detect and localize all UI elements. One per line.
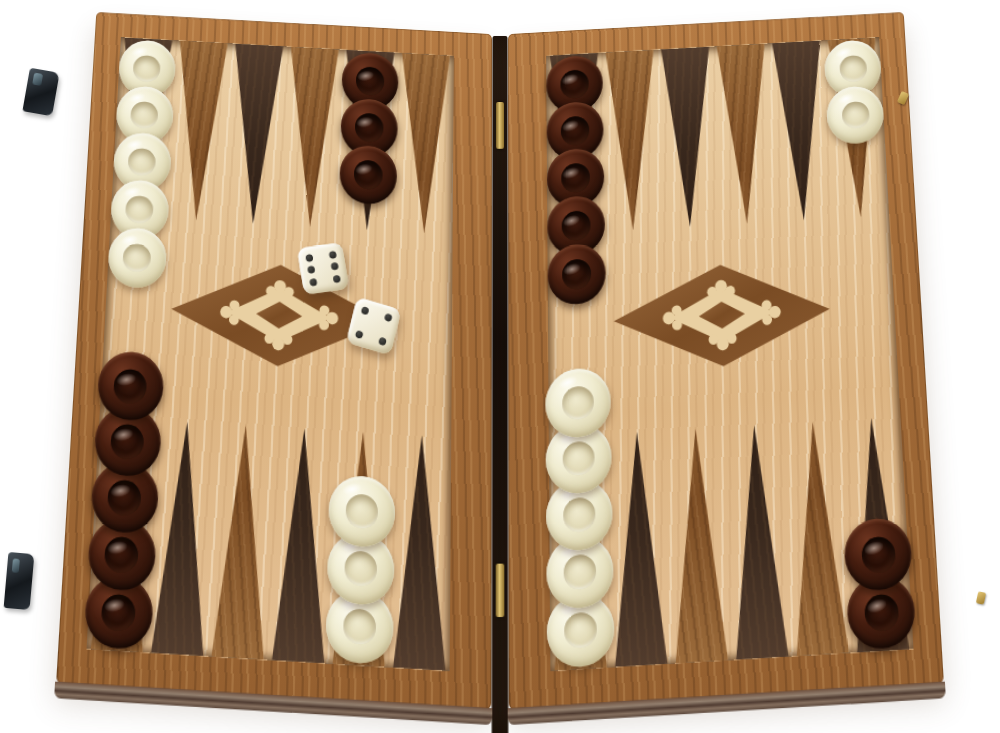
board-half-left (56, 12, 492, 709)
point-23[interactable] (768, 40, 832, 222)
point-6[interactable] (549, 434, 611, 671)
point-triangle (727, 423, 791, 659)
point-19[interactable] (546, 53, 604, 236)
points-row-bottom-right (549, 416, 914, 671)
point-triangle (283, 47, 341, 229)
point-2[interactable] (783, 420, 853, 656)
die-pip (310, 278, 318, 286)
point-12[interactable] (87, 416, 159, 652)
checker-stack-point-13 (107, 39, 177, 289)
checker-stack-point-6 (545, 367, 615, 669)
die-pip (329, 251, 337, 259)
checker-white[interactable] (545, 367, 611, 439)
point-17[interactable] (338, 50, 398, 232)
point-triangle (397, 53, 452, 235)
point-triangle (715, 43, 774, 225)
point-16[interactable] (281, 46, 342, 228)
point-3[interactable] (725, 423, 793, 660)
checker-dark[interactable] (547, 243, 606, 306)
point-5[interactable] (608, 430, 672, 667)
points-row-top-left (111, 37, 454, 235)
point-triangle (609, 430, 670, 667)
checker-dark[interactable] (843, 517, 913, 592)
die-pip (378, 337, 387, 346)
point-triangle (209, 423, 273, 659)
die-1-showing-6[interactable] (297, 243, 349, 296)
die-pip (361, 307, 370, 316)
point-1[interactable] (842, 416, 914, 652)
points-row-top-right (546, 37, 889, 235)
point-triangle (169, 40, 230, 222)
point-4[interactable] (666, 427, 732, 664)
checker-white[interactable] (826, 85, 885, 145)
die-pip (355, 330, 364, 339)
point-10[interactable] (207, 423, 275, 660)
point-triangle (785, 420, 851, 656)
point-triangle (668, 427, 730, 664)
checker-stack-point-24 (824, 39, 886, 145)
checker-stack-point-8 (325, 474, 395, 665)
checker-white[interactable] (107, 227, 168, 289)
latch-top-left[interactable] (22, 68, 59, 117)
backgammon-board (55, 34, 946, 709)
checker-stack-point-17 (339, 52, 399, 206)
point-triangle (603, 50, 659, 232)
checker-white[interactable] (328, 474, 396, 548)
point-15[interactable] (225, 43, 288, 225)
latch-bottom-left[interactable] (4, 552, 35, 610)
checker-stack-point-12 (83, 350, 164, 650)
die-pip (306, 255, 314, 263)
brass-pin-bottom-right (976, 591, 986, 604)
board-half-right (508, 12, 944, 709)
diamond-inlay (610, 256, 834, 376)
point-21[interactable] (657, 46, 718, 228)
point-triangle (270, 427, 332, 664)
playing-field-left (87, 37, 454, 671)
point-8[interactable] (328, 430, 392, 667)
checker-stack-point-1 (843, 517, 917, 651)
point-13[interactable] (111, 37, 176, 219)
point-triangle (659, 47, 717, 229)
die-pip (308, 266, 316, 274)
die-pip-cell (376, 334, 390, 349)
backgammon-scene (0, 0, 1000, 733)
die-pip (331, 263, 339, 271)
point-20[interactable] (602, 50, 662, 232)
point-24[interactable] (824, 37, 889, 219)
point-triangle (391, 434, 450, 671)
checker-dark[interactable] (96, 350, 165, 422)
die-pip (384, 313, 393, 322)
checker-stack-point-19 (546, 55, 606, 306)
point-22[interactable] (713, 43, 776, 225)
checker-dark[interactable] (339, 144, 397, 205)
brass-hinge-top (496, 102, 504, 149)
points-row-bottom-left (87, 416, 452, 671)
die-pip-cell (330, 273, 344, 287)
brass-hinge-bottom (496, 564, 505, 617)
point-18[interactable] (396, 53, 454, 236)
point-14[interactable] (168, 40, 232, 222)
die-pip (333, 275, 341, 283)
playing-field-right (546, 37, 913, 671)
point-triangle (226, 43, 285, 225)
point-9[interactable] (268, 427, 334, 664)
point-triangle (770, 40, 831, 222)
point-7[interactable] (389, 434, 451, 671)
